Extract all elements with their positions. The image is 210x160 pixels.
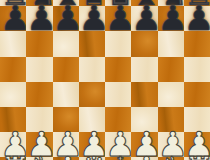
square-b4[interactable] xyxy=(26,82,52,107)
square-d6[interactable] xyxy=(79,31,105,56)
piece-white-bishop[interactable]: ♝ xyxy=(131,157,157,160)
square-f1[interactable]: ♝ xyxy=(131,157,157,160)
square-h6[interactable] xyxy=(184,31,210,56)
piece-white-bishop[interactable]: ♝ xyxy=(53,157,79,160)
piece-black-pawn[interactable]: ♟ xyxy=(79,6,105,31)
piece-white-queen[interactable]: ♛ xyxy=(79,157,105,160)
piece-black-pawn[interactable]: ♟ xyxy=(53,6,79,31)
square-c7[interactable]: ♟ xyxy=(53,6,79,31)
square-b7[interactable]: ♟ xyxy=(26,6,52,31)
square-e4[interactable] xyxy=(105,82,131,107)
piece-black-pawn[interactable]: ♟ xyxy=(26,6,52,31)
square-c6[interactable] xyxy=(53,31,79,56)
square-h5[interactable] xyxy=(184,57,210,82)
square-e6[interactable] xyxy=(105,31,131,56)
square-a5[interactable] xyxy=(0,57,26,82)
square-c4[interactable] xyxy=(53,82,79,107)
square-b6[interactable] xyxy=(26,31,52,56)
square-a6[interactable] xyxy=(0,31,26,56)
square-d1[interactable]: ♛ xyxy=(79,157,105,160)
square-g6[interactable] xyxy=(158,31,184,56)
piece-black-pawn[interactable]: ♟ xyxy=(184,6,210,31)
square-h7[interactable]: ♟ xyxy=(184,6,210,31)
square-b5[interactable] xyxy=(26,57,52,82)
piece-black-pawn[interactable]: ♟ xyxy=(0,6,26,31)
square-a4[interactable] xyxy=(0,82,26,107)
square-d4[interactable] xyxy=(79,82,105,107)
square-f4[interactable] xyxy=(131,82,157,107)
square-h1[interactable]: ♜ xyxy=(184,157,210,160)
square-c5[interactable] xyxy=(53,57,79,82)
square-h4[interactable] xyxy=(184,82,210,107)
square-a1[interactable]: ♜ xyxy=(0,157,26,160)
piece-black-pawn[interactable]: ♟ xyxy=(131,6,157,31)
square-g5[interactable] xyxy=(158,57,184,82)
square-d5[interactable] xyxy=(79,57,105,82)
square-g7[interactable]: ♟ xyxy=(158,6,184,31)
square-g1[interactable]: ♞ xyxy=(158,157,184,160)
chess-board: ♜♞♝♛♚♝♞♜♟♟♟♟♟♟♟♟♟♟♟♟♟♟♟♟♜♞♝♛♚♝♞♜ xyxy=(0,0,210,160)
square-a7[interactable]: ♟ xyxy=(0,6,26,31)
square-d7[interactable]: ♟ xyxy=(79,6,105,31)
piece-black-pawn[interactable]: ♟ xyxy=(105,6,131,31)
square-e1[interactable]: ♚ xyxy=(105,157,131,160)
square-c1[interactable]: ♝ xyxy=(53,157,79,160)
square-f7[interactable]: ♟ xyxy=(131,6,157,31)
square-b1[interactable]: ♞ xyxy=(26,157,52,160)
board-viewport: ♜♞♝♛♚♝♞♜♟♟♟♟♟♟♟♟♟♟♟♟♟♟♟♟♜♞♝♛♚♝♞♜ xyxy=(0,0,210,160)
piece-white-knight[interactable]: ♞ xyxy=(158,157,184,160)
square-f5[interactable] xyxy=(131,57,157,82)
square-f6[interactable] xyxy=(131,31,157,56)
square-e5[interactable] xyxy=(105,57,131,82)
piece-white-knight[interactable]: ♞ xyxy=(26,157,52,160)
piece-white-king[interactable]: ♚ xyxy=(105,157,131,160)
piece-black-pawn[interactable]: ♟ xyxy=(158,6,184,31)
square-e7[interactable]: ♟ xyxy=(105,6,131,31)
square-g4[interactable] xyxy=(158,82,184,107)
piece-white-rook[interactable]: ♜ xyxy=(184,157,210,160)
piece-white-rook[interactable]: ♜ xyxy=(0,157,26,160)
